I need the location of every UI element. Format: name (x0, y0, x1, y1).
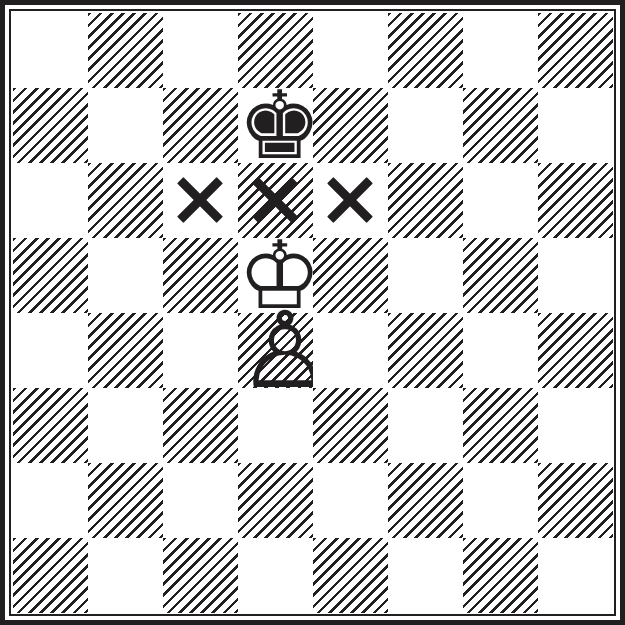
square-a1[interactable] (13, 538, 88, 613)
square-c4[interactable] (163, 313, 238, 388)
square-e3[interactable] (313, 388, 388, 463)
square-g6[interactable] (463, 163, 538, 238)
square-g8[interactable] (463, 13, 538, 88)
square-f7[interactable] (388, 88, 463, 163)
square-b2[interactable] (88, 463, 163, 538)
square-f8[interactable] (388, 13, 463, 88)
square-b7[interactable] (88, 88, 163, 163)
square-h2[interactable] (538, 463, 613, 538)
x-mark-e6 (322, 172, 378, 228)
black-king[interactable]: ♚ (238, 88, 313, 163)
square-h8[interactable] (538, 13, 613, 88)
square-a7[interactable] (13, 88, 88, 163)
square-b5[interactable] (88, 238, 163, 313)
x-mark-c6 (172, 172, 228, 228)
square-c1[interactable] (163, 538, 238, 613)
board-inner-frame: ♚♔♙ (9, 9, 616, 616)
square-c8[interactable] (163, 13, 238, 88)
square-h6[interactable] (538, 163, 613, 238)
square-d7[interactable]: ♚ (238, 88, 313, 163)
square-e7[interactable] (313, 88, 388, 163)
square-b6[interactable] (88, 163, 163, 238)
square-h4[interactable] (538, 313, 613, 388)
square-a3[interactable] (13, 388, 88, 463)
square-b3[interactable] (88, 388, 163, 463)
square-f4[interactable] (388, 313, 463, 388)
square-e1[interactable] (313, 538, 388, 613)
square-c7[interactable] (163, 88, 238, 163)
square-d3[interactable] (238, 388, 313, 463)
square-d4[interactable]: ♙ (238, 313, 313, 388)
square-d1[interactable] (238, 538, 313, 613)
square-h1[interactable] (538, 538, 613, 613)
square-f2[interactable] (388, 463, 463, 538)
square-e2[interactable] (313, 463, 388, 538)
square-a5[interactable] (13, 238, 88, 313)
square-f1[interactable] (388, 538, 463, 613)
square-b8[interactable] (88, 13, 163, 88)
square-b1[interactable] (88, 538, 163, 613)
square-c6[interactable] (163, 163, 238, 238)
square-a8[interactable] (13, 13, 88, 88)
square-f3[interactable] (388, 388, 463, 463)
diagram-frame: ♚♔♙ (0, 0, 625, 625)
square-e6[interactable] (313, 163, 388, 238)
white-pawn[interactable]: ♙ (238, 313, 313, 388)
x-mark-d6 (247, 172, 303, 228)
chess-board: ♚♔♙ (13, 13, 613, 613)
square-h7[interactable] (538, 88, 613, 163)
square-d2[interactable] (238, 463, 313, 538)
square-g7[interactable] (463, 88, 538, 163)
square-a6[interactable] (13, 163, 88, 238)
square-f5[interactable] (388, 238, 463, 313)
square-c5[interactable] (163, 238, 238, 313)
square-g1[interactable] (463, 538, 538, 613)
square-c2[interactable] (163, 463, 238, 538)
square-g4[interactable] (463, 313, 538, 388)
square-f6[interactable] (388, 163, 463, 238)
square-g5[interactable] (463, 238, 538, 313)
square-a4[interactable] (13, 313, 88, 388)
square-b4[interactable] (88, 313, 163, 388)
square-h5[interactable] (538, 238, 613, 313)
square-a2[interactable] (13, 463, 88, 538)
square-g3[interactable] (463, 388, 538, 463)
square-e4[interactable] (313, 313, 388, 388)
square-g2[interactable] (463, 463, 538, 538)
square-h3[interactable] (538, 388, 613, 463)
square-e8[interactable] (313, 13, 388, 88)
square-c3[interactable] (163, 388, 238, 463)
